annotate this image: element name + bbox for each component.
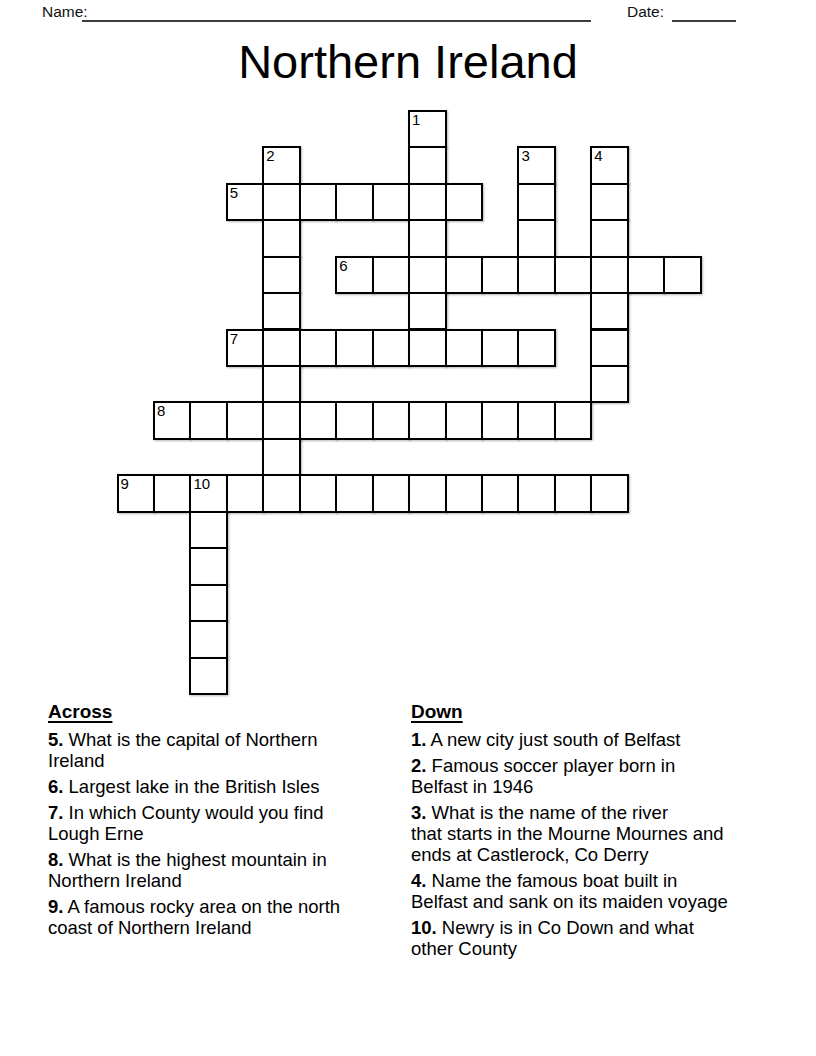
clue-text: Famous soccer player born in Belfast in …	[411, 755, 675, 797]
grid-cell-r2c11[interactable]	[517, 183, 555, 221]
grid-cell-r6c7[interactable]	[372, 329, 410, 367]
grid-cell-r2c6[interactable]	[335, 183, 373, 221]
grid-cell-r5c8[interactable]	[408, 292, 446, 330]
grid-cell-r10c7[interactable]	[372, 474, 410, 512]
cell-number-3: 3	[521, 148, 529, 164]
clue-text: What is the highest mountain in Northern…	[48, 849, 327, 891]
grid-cell-r3c13[interactable]	[590, 219, 628, 257]
worksheet-page: Name: Date: Northern Ireland 12345678910…	[0, 0, 816, 1056]
grid-cell-r2c5[interactable]	[299, 183, 337, 221]
grid-cell-r1c13[interactable]: 4	[590, 146, 628, 184]
grid-cell-r6c3[interactable]: 7	[226, 329, 264, 367]
across-clue-8: 8. What is the highest mountain in North…	[48, 849, 408, 891]
down-clue-10: 10. Newry is in Co Down and what other C…	[411, 917, 789, 959]
clue-text: Newry is in Co Down and what other Count…	[411, 917, 694, 959]
grid-cell-r2c3[interactable]: 5	[226, 183, 264, 221]
grid-cell-r10c6[interactable]	[335, 474, 373, 512]
grid-cell-r6c8[interactable]	[408, 329, 446, 367]
grid-cell-r10c11[interactable]	[517, 474, 555, 512]
grid-cell-r6c4[interactable]	[262, 329, 300, 367]
grid-cell-r10c13[interactable]	[590, 474, 628, 512]
clue-text: What is the name of the river that start…	[411, 802, 724, 865]
grid-cell-r10c12[interactable]	[554, 474, 592, 512]
grid-cell-r6c11[interactable]	[517, 329, 555, 367]
across-clue-9: 9. A famous rocky area on the north coas…	[48, 896, 408, 938]
grid-cell-r15c2[interactable]	[189, 657, 227, 695]
grid-cell-r4c7[interactable]	[372, 256, 410, 294]
down-clue-list: 1. A new city just south of Belfast2. Fa…	[411, 729, 789, 959]
grid-cell-r7c13[interactable]	[590, 365, 628, 403]
grid-cell-r8c11[interactable]	[517, 401, 555, 439]
grid-cell-r10c1[interactable]	[153, 474, 191, 512]
grid-cell-r10c0[interactable]: 9	[117, 474, 155, 512]
clue-number: 6.	[48, 776, 63, 797]
cell-number-8: 8	[157, 403, 165, 419]
grid-cell-r14c2[interactable]	[189, 620, 227, 658]
grid-cell-r0c8[interactable]: 1	[408, 110, 446, 148]
cell-number-4: 4	[594, 148, 602, 164]
down-clue-2: 2. Famous soccer player born in Belfast …	[411, 755, 789, 797]
grid-cell-r1c11[interactable]: 3	[517, 146, 555, 184]
cell-number-1: 1	[412, 112, 420, 128]
grid-cell-r2c4[interactable]	[262, 183, 300, 221]
cell-number-5: 5	[230, 185, 238, 201]
grid-cell-r2c7[interactable]	[372, 183, 410, 221]
grid-cell-r1c4[interactable]: 2	[262, 146, 300, 184]
clue-number: 10.	[411, 917, 437, 938]
down-clues-section: Down 1. A new city just south of Belfast…	[411, 701, 789, 964]
down-clue-4: 4. Name the famous boat built in Belfast…	[411, 870, 789, 912]
grid-cell-r6c5[interactable]	[299, 329, 337, 367]
clue-number: 7.	[48, 802, 63, 823]
grid-cell-r6c6[interactable]	[335, 329, 373, 367]
crossword-grid: 12345678910	[0, 0, 816, 700]
grid-cell-r9c4[interactable]	[262, 438, 300, 476]
cell-number-7: 7	[230, 331, 238, 347]
across-clue-list: 5. What is the capital of Northern Irela…	[48, 729, 408, 938]
grid-cell-r4c11[interactable]	[517, 256, 555, 294]
clue-text: A new city just south of Belfast	[431, 729, 681, 750]
clue-number: 1.	[411, 729, 426, 750]
down-clue-1: 1. A new city just south of Belfast	[411, 729, 789, 750]
grid-cell-r2c13[interactable]	[590, 183, 628, 221]
grid-cell-r4c14[interactable]	[627, 256, 665, 294]
clue-number: 3.	[411, 802, 426, 823]
grid-cell-r5c4[interactable]	[262, 292, 300, 330]
clue-number: 9.	[48, 896, 63, 917]
grid-cell-r6c10[interactable]	[481, 329, 519, 367]
grid-cell-r4c13[interactable]	[590, 256, 628, 294]
clue-text: What is the capital of Northern Ireland	[48, 729, 317, 771]
cell-number-10: 10	[193, 476, 210, 492]
grid-cell-r3c8[interactable]	[408, 219, 446, 257]
grid-cell-r8c10[interactable]	[481, 401, 519, 439]
grid-cell-r10c10[interactable]	[481, 474, 519, 512]
grid-cell-r8c5[interactable]	[299, 401, 337, 439]
grid-cell-r10c8[interactable]	[408, 474, 446, 512]
grid-cell-r3c4[interactable]	[262, 219, 300, 257]
grid-cell-r4c9[interactable]	[445, 256, 483, 294]
grid-cell-r4c4[interactable]	[262, 256, 300, 294]
grid-cell-r10c5[interactable]	[299, 474, 337, 512]
grid-cell-r4c15[interactable]	[663, 256, 701, 294]
grid-cell-r4c6[interactable]: 6	[335, 256, 373, 294]
grid-cell-r4c8[interactable]	[408, 256, 446, 294]
grid-cell-r1c8[interactable]	[408, 146, 446, 184]
grid-cell-r8c2[interactable]	[189, 401, 227, 439]
grid-cell-r8c6[interactable]	[335, 401, 373, 439]
grid-cell-r3c11[interactable]	[517, 219, 555, 257]
clue-text: In which County would you find Lough Ern…	[48, 802, 324, 844]
grid-cell-r2c8[interactable]	[408, 183, 446, 221]
clue-number: 4.	[411, 870, 426, 891]
clue-text: Largest lake in the British Isles	[69, 776, 320, 797]
clue-number: 8.	[48, 849, 63, 870]
grid-cell-r6c9[interactable]	[445, 329, 483, 367]
down-clue-3: 3. What is the name of the river that st…	[411, 802, 789, 865]
across-clue-7: 7. In which County would you find Lough …	[48, 802, 408, 844]
grid-cell-r8c8[interactable]	[408, 401, 446, 439]
grid-cell-r10c3[interactable]	[226, 474, 264, 512]
grid-cell-r10c4[interactable]	[262, 474, 300, 512]
grid-cell-r4c12[interactable]	[554, 256, 592, 294]
across-header: Across	[48, 701, 408, 722]
clue-number: 5.	[48, 729, 63, 750]
across-clues-section: Across 5. What is the capital of Norther…	[48, 701, 408, 943]
grid-cell-r8c9[interactable]	[445, 401, 483, 439]
grid-cell-r8c3[interactable]	[226, 401, 264, 439]
cell-number-9: 9	[121, 476, 129, 492]
cell-number-2: 2	[266, 148, 274, 164]
grid-cell-r5c13[interactable]	[590, 292, 628, 330]
grid-cell-r7c4[interactable]	[262, 365, 300, 403]
grid-cell-r10c9[interactable]	[445, 474, 483, 512]
clue-text: A famous rocky area on the north coast o…	[48, 896, 340, 938]
down-header: Down	[411, 701, 789, 722]
grid-cell-r6c13[interactable]	[590, 329, 628, 367]
grid-cell-r12c2[interactable]	[189, 547, 227, 585]
cell-number-6: 6	[339, 258, 347, 274]
across-clue-5: 5. What is the capital of Northern Irela…	[48, 729, 408, 771]
grid-cell-r4c10[interactable]	[481, 256, 519, 294]
clue-number: 2.	[411, 755, 426, 776]
grid-cell-r8c12[interactable]	[554, 401, 592, 439]
grid-cell-r10c2[interactable]: 10	[189, 474, 227, 512]
grid-cell-r8c1[interactable]: 8	[153, 401, 191, 439]
grid-cell-r13c2[interactable]	[189, 584, 227, 622]
grid-cell-r2c9[interactable]	[445, 183, 483, 221]
grid-cell-r11c2[interactable]	[189, 511, 227, 549]
grid-cell-r8c4[interactable]	[262, 401, 300, 439]
clue-text: Name the famous boat built in Belfast an…	[411, 870, 728, 912]
across-clue-6: 6. Largest lake in the British Isles	[48, 776, 408, 797]
grid-cell-r8c7[interactable]	[372, 401, 410, 439]
